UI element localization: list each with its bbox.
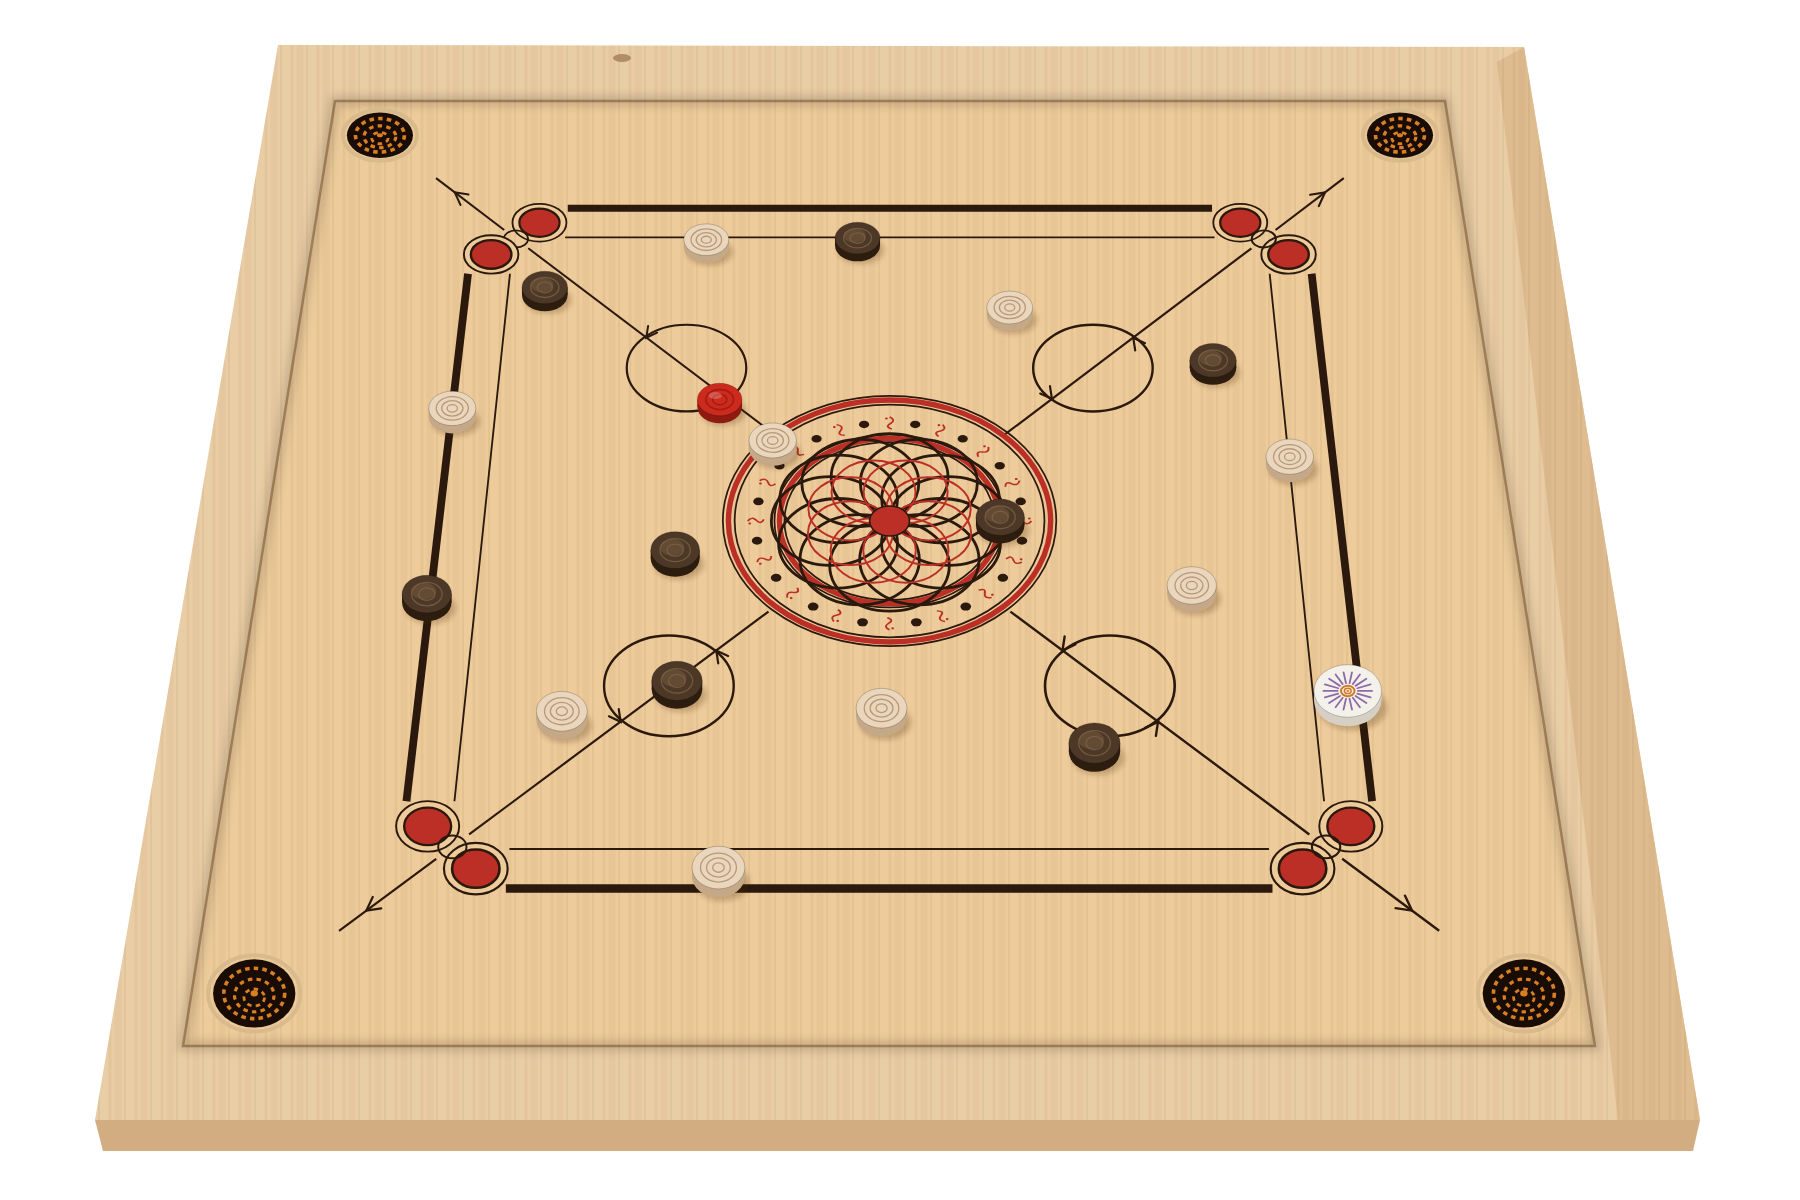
photo-stage xyxy=(0,0,1800,1200)
pocket-bottom-right xyxy=(1478,955,1570,1031)
carrom-board xyxy=(0,0,1800,1200)
wood-knot xyxy=(613,54,631,62)
pocket-top-left xyxy=(343,110,417,161)
playing-surface xyxy=(183,101,1595,1046)
pocket-bottom-left xyxy=(208,955,300,1031)
pocket-top-right xyxy=(1363,110,1437,161)
